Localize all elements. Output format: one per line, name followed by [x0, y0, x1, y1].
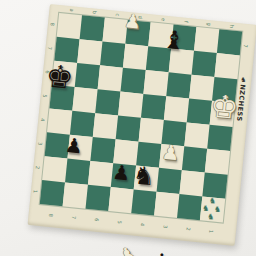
- board-mat: abcdefgh8765432187654321 7 ♞NZCHESS ♞ ♞ …: [28, 4, 256, 246]
- square-h8[interactable]: [217, 29, 242, 55]
- coordinate-label: 5: [116, 220, 121, 224]
- coordinate-label: 1: [32, 190, 37, 194]
- coordinate-label: 5: [42, 94, 47, 98]
- square-b1[interactable]: [63, 182, 88, 208]
- square-e4[interactable]: [139, 118, 164, 144]
- square-h7[interactable]: [214, 53, 239, 79]
- square-c4[interactable]: [93, 113, 118, 139]
- coordinate-label: c: [114, 13, 119, 16]
- coordinate-label: 4: [40, 118, 45, 122]
- square-c3[interactable]: [90, 137, 115, 163]
- coordinate-label: 2: [35, 166, 40, 170]
- coordinate-label: 7: [47, 46, 52, 50]
- fallen-black-pawn[interactable]: ♟: [152, 250, 170, 256]
- square-g3[interactable]: [182, 146, 207, 172]
- square-g8[interactable]: [194, 27, 219, 53]
- square-a2[interactable]: [42, 156, 67, 182]
- square-g4[interactable]: [184, 122, 209, 148]
- piece-black-pawn-d2[interactable]: ♟: [111, 162, 131, 184]
- square-b7[interactable]: [77, 39, 102, 65]
- square-b8[interactable]: [80, 15, 105, 41]
- square-g2[interactable]: [179, 170, 204, 196]
- coordinate-label: 4: [139, 223, 144, 227]
- square-a1[interactable]: [40, 180, 65, 206]
- square-e5[interactable]: [141, 94, 166, 120]
- fallen-white-pawn[interactable]: ♟: [117, 243, 138, 256]
- square-h4[interactable]: [207, 125, 232, 151]
- square-e6[interactable]: [143, 70, 168, 96]
- square-a4[interactable]: [47, 108, 72, 134]
- coordinate-label: b: [91, 11, 96, 15]
- square-g7[interactable]: [192, 51, 217, 77]
- right-edge-number: 7: [243, 44, 249, 48]
- square-e1[interactable]: [131, 189, 156, 215]
- square-f5[interactable]: [164, 96, 189, 122]
- square-d4[interactable]: [116, 115, 141, 141]
- square-h2[interactable]: [202, 173, 227, 199]
- coordinate-label: a: [68, 8, 73, 12]
- square-d6[interactable]: [121, 68, 146, 94]
- square-d5[interactable]: [118, 92, 143, 118]
- piece-white-pawn-d8[interactable]: ♟: [123, 11, 142, 32]
- square-c6[interactable]: [98, 65, 123, 91]
- square-c1[interactable]: [86, 185, 111, 211]
- piece-black-pawn-b3[interactable]: ♟: [64, 135, 84, 157]
- piece-white-pawn-f3[interactable]: ♟: [161, 142, 181, 164]
- coordinate-label: 3: [37, 142, 42, 146]
- square-b6[interactable]: [75, 63, 100, 89]
- piece-black-king-a6[interactable]: ♚: [44, 61, 75, 95]
- coordinate-label: 1: [208, 230, 213, 234]
- square-f6[interactable]: [166, 72, 191, 98]
- square-g1[interactable]: [177, 194, 202, 220]
- piece-white-king-h5[interactable]: ♚: [209, 90, 240, 124]
- piece-black-bishop-f8[interactable]: ♝: [162, 27, 187, 54]
- knight-logo-glyph: ♞: [207, 213, 215, 222]
- square-d7[interactable]: [123, 44, 148, 70]
- photo-scene: abcdefgh8765432187654321 7 ♞NZCHESS ♞ ♞ …: [0, 0, 256, 256]
- square-b5[interactable]: [72, 87, 97, 113]
- coordinate-label: 7: [70, 216, 75, 220]
- square-h3[interactable]: [205, 149, 230, 175]
- coordinate-label: g: [206, 22, 211, 26]
- coordinate-label: 2: [185, 227, 190, 231]
- coordinate-label: h: [229, 25, 234, 29]
- square-b2[interactable]: [65, 159, 90, 185]
- piece-black-knight-e2[interactable]: ♞: [132, 162, 157, 189]
- square-c2[interactable]: [88, 161, 113, 187]
- knight-logo-icon: ♞ ♞ ♞ ♞: [201, 196, 224, 223]
- square-a8[interactable]: [57, 13, 82, 39]
- coordinate-label: 8: [49, 22, 54, 26]
- square-c5[interactable]: [95, 89, 120, 115]
- coordinate-label: 8: [48, 213, 53, 217]
- square-f1[interactable]: [154, 192, 179, 218]
- square-f2[interactable]: [157, 168, 182, 194]
- coordinate-label: e: [160, 18, 165, 22]
- coordinate-label: f: [183, 21, 188, 23]
- square-c7[interactable]: [100, 41, 125, 67]
- coordinate-label: 6: [93, 218, 98, 222]
- square-d1[interactable]: [108, 187, 133, 213]
- coordinate-label: 3: [162, 225, 167, 229]
